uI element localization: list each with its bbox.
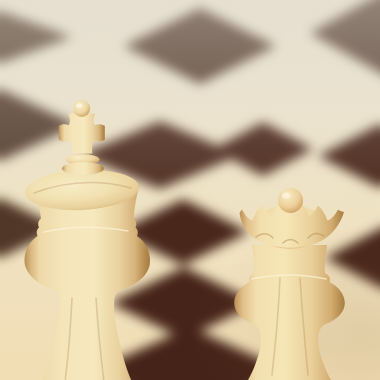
- photo-stage: [0, 0, 380, 380]
- king-ball-specular: [76, 103, 82, 107]
- queen-ball-finial: [278, 188, 303, 213]
- queen-ball-specular: [282, 193, 290, 199]
- king-cross-finial: [59, 114, 105, 154]
- queen-body: [234, 245, 345, 380]
- king-ball-finial: [73, 100, 90, 117]
- king-collar-cushion-lower: [62, 162, 104, 175]
- white-queen-piece: [228, 183, 353, 380]
- white-king-piece: [20, 92, 150, 380]
